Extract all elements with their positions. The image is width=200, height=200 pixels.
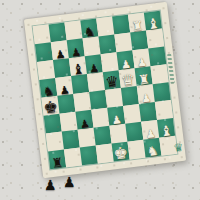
piece-black-pawn-c7[interactable]: ♟: [71, 47, 82, 59]
chess-board: ♞♜♝♟♟♝♟♟♟♞♟♛♛♜♚♟♟♟♟♝♜♚♞: [33, 11, 178, 170]
piece-white-pawn-g6[interactable]: ♟: [136, 57, 147, 69]
piece-white-rook-g5[interactable]: ♜: [137, 73, 150, 87]
piece-black-bishop-c6[interactable]: ♝: [71, 61, 85, 76]
square-h5: [150, 64, 168, 84]
piece-white-pawn-g2[interactable]: ♟: [145, 128, 156, 140]
piece-black-pawn-c3[interactable]: ♟: [79, 118, 90, 130]
piece-black-knight-d8[interactable]: ♞: [83, 25, 96, 39]
piece-white-knight-g1[interactable]: ♞: [146, 144, 159, 158]
piece-white-pawn-g4[interactable]: ♟: [141, 92, 152, 104]
square-e1: ♚: [112, 142, 130, 162]
piece-white-pawn-e3[interactable]: ♟: [111, 114, 122, 126]
square-h4: [153, 82, 171, 102]
piece-white-bishop-h8[interactable]: ♝: [146, 16, 160, 31]
piece-white-rook-g8[interactable]: ♜: [131, 19, 144, 33]
piece-black-king-a4[interactable]: ♚: [43, 99, 59, 117]
captured-piece-black-pawn[interactable]: ♟: [44, 178, 57, 200]
square-h8: ♝: [144, 11, 162, 31]
table-surface: ♞♜♝♟♟♝♟♟♟♞♟♛♛♜♚♟♟♟♟♝♜♚♞ ♛ ♟♟: [0, 0, 200, 200]
piece-white-pawn-f6[interactable]: ♟: [121, 59, 132, 71]
captured-piece-black-pawn[interactable]: ♟: [63, 175, 76, 200]
piece-white-king-e1[interactable]: ♚: [113, 145, 129, 163]
piece-black-queen-e5[interactable]: ♛: [105, 74, 120, 91]
square-a4: ♚: [41, 96, 59, 116]
piece-black-pawn-b5[interactable]: ♟: [59, 84, 70, 96]
piece-white-queen-f5[interactable]: ♛: [120, 72, 135, 89]
piece-black-pawn-d6[interactable]: ♟: [89, 63, 100, 75]
board-crown-emblem-icon: ♛: [173, 142, 185, 155]
square-h6: [148, 46, 166, 66]
chess-board-mat: ♞♜♝♟♟♝♟♟♟♞♟♛♛♜♚♟♟♟♟♝♜♚♞ ♛: [24, 2, 186, 178]
piece-black-rook-a1[interactable]: ♜: [51, 156, 64, 170]
piece-black-pawn-b7[interactable]: ♟: [55, 49, 66, 61]
square-h3: [155, 100, 173, 120]
square-h2: ♝: [157, 118, 175, 138]
piece-white-bishop-h2[interactable]: ♝: [159, 123, 173, 138]
